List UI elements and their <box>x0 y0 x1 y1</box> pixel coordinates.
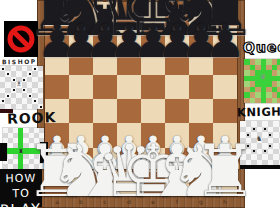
square-g4[interactable] <box>189 99 213 123</box>
queen-moves-thumbnail[interactable]: ♛ <box>244 59 280 103</box>
rook-mini-piece-icon: ♜ <box>18 148 23 154</box>
queen-mini-piece-icon: ♛ <box>260 74 266 81</box>
bishop-move-dot <box>2 100 4 102</box>
bishop-move-dot <box>23 89 25 91</box>
bishop-move-dot <box>13 89 15 91</box>
bishop-move-dot <box>29 95 31 97</box>
knight-tutorial-label: KNIGHT <box>237 105 280 120</box>
square-f4[interactable] <box>165 99 189 123</box>
square-e5[interactable] <box>141 75 165 99</box>
knight-move-dot <box>264 128 266 130</box>
square-c4[interactable] <box>93 99 117 123</box>
square-h5[interactable] <box>213 75 237 99</box>
bishop-move-dot <box>23 79 25 81</box>
bishop-move-dot <box>34 100 36 102</box>
square-d5[interactable] <box>117 75 141 99</box>
square-a5[interactable] <box>45 75 69 99</box>
square-d4[interactable] <box>117 99 141 123</box>
knight-move-dot <box>264 150 266 152</box>
white-rook[interactable]: ♜ <box>193 135 258 207</box>
square-c5[interactable] <box>93 75 117 99</box>
square-g5[interactable] <box>189 75 213 99</box>
bishop-moves-thumbnail[interactable]: ♗ <box>0 66 43 109</box>
queen-mini-square <box>277 98 280 104</box>
knight-move-dot <box>269 134 271 136</box>
game-stage: abcdefgh ♜♞♝♛♚♝♞♜♟♟♟♟♟♟♟♟♟♟♟♟♟♟♟♟♜♞♝♛♚♝♞… <box>0 0 280 210</box>
knight-move-dot <box>269 145 271 147</box>
square-f5[interactable] <box>165 75 189 99</box>
square-e4[interactable] <box>141 99 165 123</box>
rook-path-endcap-left <box>0 143 7 161</box>
rook-tutorial-label: ROOK <box>7 109 57 127</box>
square-b4[interactable] <box>69 99 93 123</box>
bishop-move-dot <box>29 73 31 75</box>
bishop-move-dot <box>2 68 4 70</box>
bishop-move-dot <box>7 73 9 75</box>
bishop-move-dot <box>40 106 42 108</box>
square-h4[interactable] <box>213 99 237 123</box>
bishop-mini-piece-icon: ♗ <box>16 81 22 88</box>
black-pawn[interactable]: ♟ <box>204 18 245 64</box>
bishop-move-dot <box>7 95 9 97</box>
square-b5[interactable] <box>69 75 93 99</box>
bishop-move-dot <box>13 79 15 81</box>
